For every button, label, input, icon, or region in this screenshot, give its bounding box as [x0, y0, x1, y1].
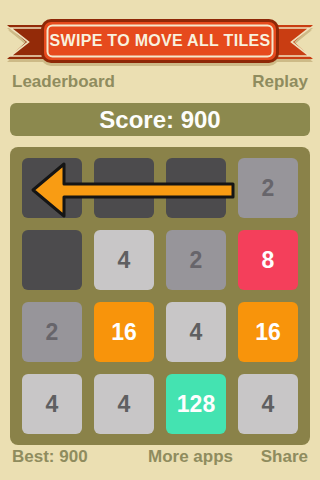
best-score-label: Best: 900 — [12, 447, 88, 467]
nav-row: Leaderboard Replay — [12, 72, 308, 92]
tile-4: 4 — [94, 230, 154, 290]
tile-8: 8 — [238, 230, 298, 290]
empty-cell — [22, 230, 82, 290]
tile-4: 4 — [166, 302, 226, 362]
tile-128: 128 — [166, 374, 226, 434]
score-label: Score: 900 — [99, 106, 220, 134]
leaderboard-button[interactable]: Leaderboard — [12, 72, 115, 92]
replay-button[interactable]: Replay — [252, 72, 308, 92]
game-board[interactable]: 2428216416441284 — [10, 147, 310, 445]
tile-4: 4 — [94, 374, 154, 434]
tile-16: 16 — [94, 302, 154, 362]
tile-2: 2 — [22, 302, 82, 362]
footer-row: Best: 900 More apps Share — [0, 447, 320, 467]
tile-16: 16 — [238, 302, 298, 362]
tile-2: 2 — [238, 158, 298, 218]
share-button[interactable]: Share — [261, 447, 308, 467]
tile-2: 2 — [166, 230, 226, 290]
tile-4: 4 — [238, 374, 298, 434]
empty-cell — [94, 158, 154, 218]
empty-cell — [166, 158, 226, 218]
tutorial-ribbon-label: SWIPE TO MOVE ALL TILES — [41, 19, 279, 63]
empty-cell — [22, 158, 82, 218]
app-screen: { "game": "2048", "position": { "rows": … — [0, 0, 320, 480]
tile-4: 4 — [22, 374, 82, 434]
more-apps-button[interactable]: More apps — [148, 447, 233, 467]
score-bar: Score: 900 — [10, 103, 310, 136]
